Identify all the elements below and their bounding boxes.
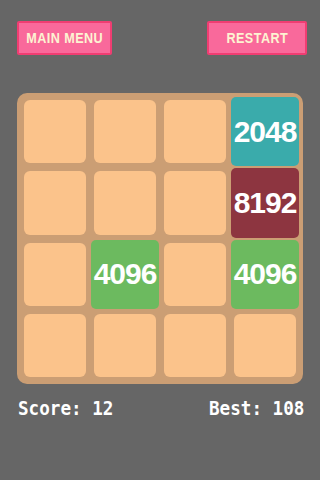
board-cell — [164, 243, 226, 306]
tile-8192: 8192 — [231, 168, 299, 237]
tile-4096: 4096 — [91, 240, 159, 309]
main-menu-button[interactable]: MAIN MENU — [17, 21, 112, 55]
board-cell: 4096 — [94, 243, 156, 306]
board-cell — [164, 100, 226, 163]
board-cell — [234, 314, 296, 377]
game-board[interactable]: 2048819240964096 — [17, 93, 303, 384]
main-menu-button-label: MAIN MENU — [26, 30, 103, 46]
board-cell — [24, 171, 86, 234]
tile-2048: 2048 — [231, 97, 299, 166]
board-cell — [94, 100, 156, 163]
restart-button-label: RESTART — [226, 30, 288, 46]
best-text: Best: 108 — [209, 396, 304, 420]
restart-button[interactable]: RESTART — [207, 21, 307, 55]
board-cell — [94, 314, 156, 377]
board-cell — [164, 314, 226, 377]
board-cell — [164, 171, 226, 234]
board-cell: 4096 — [234, 243, 296, 306]
board-cell — [94, 171, 156, 234]
score-text: Score: 12 — [18, 396, 113, 420]
board-cell — [24, 243, 86, 306]
board-cell: 2048 — [234, 100, 296, 163]
board-cell: 8192 — [234, 171, 296, 234]
board-cell — [24, 100, 86, 163]
board-cell — [24, 314, 86, 377]
tile-4096: 4096 — [231, 240, 299, 309]
